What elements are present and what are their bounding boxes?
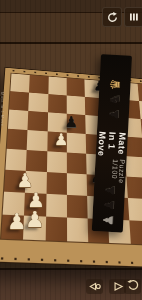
- board-square[interactable]: [66, 78, 84, 97]
- board-square[interactable]: [5, 149, 26, 171]
- board-square[interactable]: [10, 74, 30, 93]
- restart-icon: [106, 11, 119, 24]
- board-square[interactable]: [67, 218, 88, 243]
- puzzle-progress: Puzzle 1/100: [95, 158, 126, 184]
- restart-button[interactable]: [102, 7, 122, 27]
- captured-pieces-bottom: ♟♟♟: [102, 183, 116, 229]
- captured-black-knight: ♞: [107, 93, 121, 105]
- back-button[interactable]: [86, 279, 103, 294]
- board-square[interactable]: [67, 133, 87, 154]
- white-pawn-a1[interactable]: ♟: [7, 211, 27, 233]
- undo-button[interactable]: [124, 279, 141, 294]
- captured-black-pawn: ♟: [103, 184, 117, 196]
- board-square[interactable]: [48, 77, 67, 96]
- board-square[interactable]: [139, 101, 142, 120]
- board-square[interactable]: [46, 172, 67, 195]
- captured-pieces-top: ♛♞♟: [107, 77, 121, 123]
- board-square[interactable]: [67, 195, 88, 219]
- board-square[interactable]: [45, 217, 67, 242]
- board-square[interactable]: [29, 75, 48, 94]
- puzzle-text: Mate In 1 Move Puzzle 1/100: [95, 131, 128, 184]
- white-pawn-c4[interactable]: ♟: [54, 132, 68, 148]
- board-square[interactable]: [125, 156, 142, 178]
- captured-white-queen: ♛: [108, 78, 122, 90]
- board-square[interactable]: [127, 198, 142, 221]
- frame-pins-bottom: [1, 257, 142, 266]
- forward-arrow-icon: [111, 278, 125, 296]
- board-square[interactable]: [67, 152, 87, 174]
- board-square[interactable]: [137, 84, 142, 103]
- board-edge-label: Mate In 1 Move: [0, 92, 5, 127]
- puzzle-title: Mate In 1 Move: [96, 131, 127, 158]
- board-square[interactable]: [28, 93, 47, 113]
- board-square[interactable]: [9, 91, 29, 111]
- captured-black-pawn: ♟: [102, 199, 116, 211]
- board-square[interactable]: [27, 130, 47, 151]
- captured-black-pawn: ♟: [107, 108, 121, 120]
- board-square[interactable]: [48, 94, 67, 114]
- captured-silver-pawn: ♟: [101, 214, 115, 226]
- undo-curved-arrow-icon: [126, 278, 139, 296]
- board-square[interactable]: [126, 177, 142, 199]
- board-square[interactable]: [28, 111, 48, 131]
- board-square[interactable]: [46, 151, 66, 173]
- board-square[interactable]: [129, 220, 142, 244]
- board-square[interactable]: [46, 194, 67, 218]
- levels-menu-icon: [128, 11, 140, 23]
- white-pawn-b1[interactable]: ♟: [25, 209, 45, 231]
- app-screen: Mate In 1 Move ♟♟♟♟♟♟♟♟ ♛♞♟ Mate In 1 Mo…: [0, 0, 142, 300]
- board-square[interactable]: [8, 110, 28, 131]
- board-square[interactable]: [67, 173, 87, 196]
- black-pawn-d5[interactable]: ♟: [65, 115, 78, 130]
- levels-menu-button[interactable]: [124, 7, 142, 27]
- board-square[interactable]: [7, 129, 28, 150]
- back-arrow-icon: [88, 278, 102, 296]
